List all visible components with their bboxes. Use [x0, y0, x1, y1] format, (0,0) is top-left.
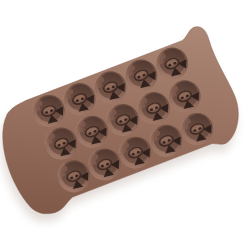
- product-photo: [0, 0, 250, 250]
- chocolate-mold: [0, 22, 250, 222]
- chocolate-mold-photo: [0, 0, 250, 250]
